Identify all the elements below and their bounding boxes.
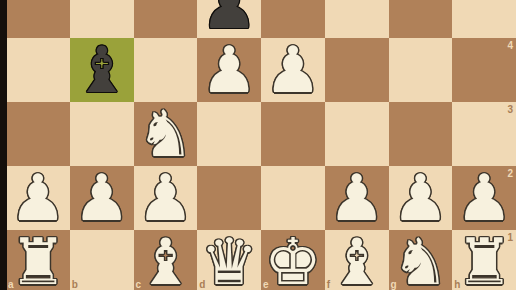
white-king[interactable]: ♚ (264, 230, 321, 290)
white-pawn[interactable]: ♟ (137, 166, 194, 230)
square-b4[interactable]: ♝ (70, 38, 134, 102)
coord-file-c: c (136, 279, 142, 290)
square-a2[interactable]: ♟ (6, 166, 70, 230)
square-b1[interactable]: b (70, 230, 134, 290)
square-a4[interactable] (6, 38, 70, 102)
white-pawn[interactable]: ♟ (9, 166, 66, 230)
square-d1[interactable]: ♛d (197, 230, 261, 290)
white-bishop[interactable]: ♝ (328, 230, 385, 290)
coord-rank-1: 1 (507, 232, 513, 243)
square-h5[interactable] (452, 0, 516, 38)
white-bishop[interactable]: ♝ (137, 230, 194, 290)
coord-file-g: g (391, 279, 397, 290)
coord-file-d: d (199, 279, 205, 290)
white-pawn[interactable]: ♟ (264, 38, 321, 102)
square-d3[interactable] (197, 102, 261, 166)
square-c5[interactable] (134, 0, 198, 38)
square-g3[interactable] (389, 102, 453, 166)
square-c4[interactable] (134, 38, 198, 102)
square-g4[interactable] (389, 38, 453, 102)
square-f2[interactable]: ♟ (325, 166, 389, 230)
white-pawn[interactable]: ♟ (200, 38, 257, 102)
square-f4[interactable] (325, 38, 389, 102)
white-pawn[interactable]: ♟ (73, 166, 130, 230)
square-h1[interactable]: ♜1h (452, 230, 516, 290)
letterbox-bar (0, 0, 7, 290)
square-c2[interactable]: ♟ (134, 166, 198, 230)
coord-rank-2: 2 (507, 168, 513, 179)
square-e3[interactable] (261, 102, 325, 166)
black-bishop[interactable]: ♝ (73, 38, 130, 102)
square-f5[interactable] (325, 0, 389, 38)
white-knight[interactable]: ♞ (392, 230, 449, 290)
square-h4[interactable]: 4 (452, 38, 516, 102)
square-d4[interactable]: ♟ (197, 38, 261, 102)
coord-file-h: h (454, 279, 460, 290)
coord-file-f: f (327, 279, 330, 290)
white-pawn[interactable]: ♟ (392, 166, 449, 230)
square-f1[interactable]: ♝f (325, 230, 389, 290)
coord-rank-4: 4 (507, 40, 513, 51)
square-a1[interactable]: ♜a (6, 230, 70, 290)
square-e4[interactable]: ♟ (261, 38, 325, 102)
square-d2[interactable] (197, 166, 261, 230)
coord-rank-3: 3 (507, 104, 513, 115)
square-g5[interactable] (389, 0, 453, 38)
coord-file-b: b (72, 279, 78, 290)
square-h3[interactable]: 3 (452, 102, 516, 166)
board-viewport: ♟♝♟♟4♞3♟♟♟♟♟♟2♜ab♝c♛d♚e♝f♞g♜1h (0, 0, 516, 290)
white-pawn[interactable]: ♟ (455, 166, 512, 230)
square-b3[interactable] (70, 102, 134, 166)
square-g1[interactable]: ♞g (389, 230, 453, 290)
square-c3[interactable]: ♞ (134, 102, 198, 166)
square-e2[interactable] (261, 166, 325, 230)
square-b2[interactable]: ♟ (70, 166, 134, 230)
white-pawn[interactable]: ♟ (328, 166, 385, 230)
white-rook[interactable]: ♜ (9, 230, 66, 290)
white-rook[interactable]: ♜ (455, 230, 512, 290)
coord-file-a: a (8, 279, 14, 290)
square-e1[interactable]: ♚e (261, 230, 325, 290)
square-a5[interactable] (6, 0, 70, 38)
white-knight[interactable]: ♞ (137, 102, 194, 166)
square-h2[interactable]: ♟2 (452, 166, 516, 230)
square-f3[interactable] (325, 102, 389, 166)
white-queen[interactable]: ♛ (200, 230, 257, 290)
square-c1[interactable]: ♝c (134, 230, 198, 290)
chess-board: ♟♝♟♟4♞3♟♟♟♟♟♟2♜ab♝c♛d♚e♝f♞g♜1h (6, 0, 516, 290)
square-g2[interactable]: ♟ (389, 166, 453, 230)
square-a3[interactable] (6, 102, 70, 166)
coord-file-e: e (263, 279, 269, 290)
